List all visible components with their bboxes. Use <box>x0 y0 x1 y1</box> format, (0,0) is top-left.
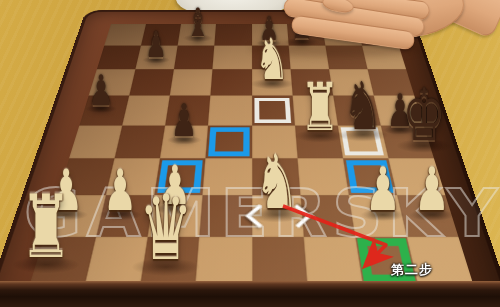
black-bishop-c8[interactable]: ♝ <box>186 3 209 42</box>
white-queen-c1[interactable]: ♛ <box>139 183 193 273</box>
chess-game-screenshot: GAMERSKY ♝♟♟♝♞♟♟♟♜♞♚♟♟♟♞♟♟♜♛ 第二步 <box>0 0 500 307</box>
white-knight-e2[interactable]: ♞ <box>255 145 300 220</box>
white-pawn-g2[interactable]: ♟ <box>365 159 401 219</box>
white-rook-a1[interactable]: ♜ <box>20 183 72 270</box>
white-pawn-h2[interactable]: ♟ <box>414 159 450 219</box>
held-black-bishop-e7[interactable]: ♝ <box>289 1 316 46</box>
white-knight-e6[interactable]: ♞ <box>255 31 289 88</box>
black-pawn-b7[interactable]: ♟ <box>145 27 167 63</box>
step-two-label: 第二步 <box>391 261 433 279</box>
black-pawn-c4[interactable]: ♟ <box>171 99 198 144</box>
black-knight-g4[interactable]: ♞ <box>343 74 382 140</box>
black-king-h4[interactable]: ♚ <box>402 79 445 151</box>
white-rook-f4[interactable]: ♜ <box>300 75 339 141</box>
black-pawn-a5[interactable]: ♟ <box>88 71 113 113</box>
white-pawn-b2[interactable]: ♟ <box>103 162 137 219</box>
